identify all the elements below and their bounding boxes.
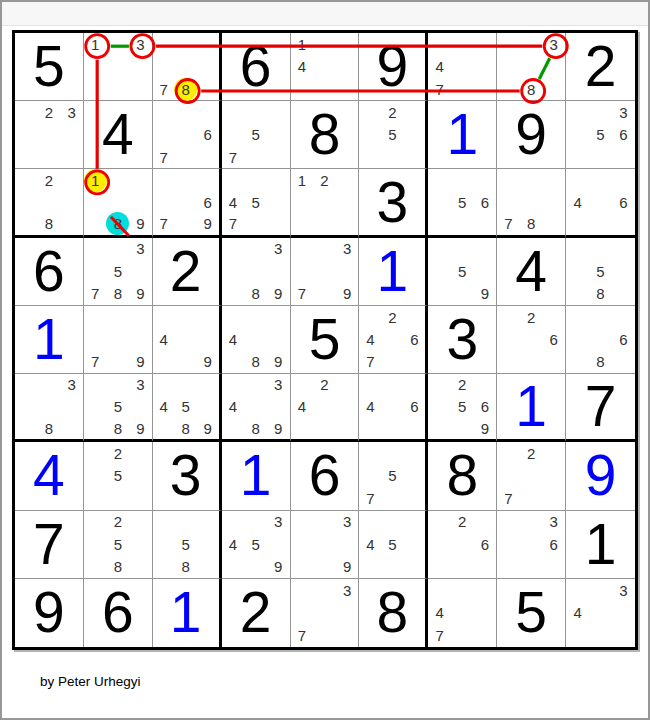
cell-r4c6[interactable]: 1 [359,238,428,306]
candidate-3[interactable]: 3 [336,579,359,602]
empty-candidate-slot [497,328,520,350]
cell-r4c1[interactable]: 6 [15,238,84,306]
empty-candidate-slot [381,374,403,396]
candidate-5[interactable]: 5 [244,191,267,213]
candidate-3[interactable]: 3 [336,238,359,260]
cell-r1c7[interactable]: 47 [428,33,497,101]
empty-candidate-slot [197,396,219,418]
candidate-digit: 7 [229,149,237,166]
cell-r5c8[interactable]: 26 [497,306,566,374]
candidate-9[interactable]: 9 [267,555,290,577]
cell-r9c5[interactable]: 37 [291,579,360,647]
candidate-3[interactable]: 3 [267,374,290,396]
empty-candidate-slot [566,624,589,647]
cell-r2c8[interactable]: 9 [497,101,566,169]
candidate-2[interactable]: 2 [451,374,474,396]
candidate-1[interactable]: 1 [291,33,314,55]
candidate-7[interactable]: 7 [428,78,451,100]
cell-r1c9[interactable]: 2 [566,33,635,101]
candidate-8[interactable]: 8 [244,351,267,373]
candidate-digit: 8 [114,285,122,302]
given-digit: 7 [15,511,83,578]
empty-candidate-slot [497,511,520,533]
empty-candidate-slot [129,78,152,100]
candidate-4[interactable]: 4 [291,55,314,77]
candidate-6[interactable]: 6 [403,328,425,350]
candidate-8[interactable]: 8 [107,555,130,577]
empty-candidate-slot [84,418,107,440]
empty-candidate-slot [336,78,359,100]
candidate-digit: 7 [435,81,443,98]
candidate-8[interactable]: 8 [589,351,612,373]
cell-r7c5[interactable]: 6 [291,442,360,510]
cell-r1c5[interactable]: 14 [291,33,360,101]
cell-r5c6[interactable]: 2467 [359,306,428,374]
given-digit: 7 [566,374,635,439]
candidate-7[interactable]: 7 [359,487,381,509]
candidate-8[interactable]: 8 [520,213,543,235]
cell-r9c1[interactable]: 9 [15,579,84,647]
candidate-4[interactable]: 4 [222,328,245,350]
cell-r3c2[interactable]: 189 [84,169,153,237]
empty-candidate-slot [197,78,219,100]
cell-r8c9[interactable]: 1 [566,511,635,579]
empty-candidate-slot [612,146,635,168]
candidate-6[interactable]: 6 [474,396,497,418]
candidate-9[interactable]: 9 [474,418,497,440]
candidate-2[interactable]: 2 [451,511,474,533]
candidate-digit: 4 [229,194,237,211]
empty-candidate-slot [474,78,497,100]
cell-r1c8[interactable]: 38 [497,33,566,101]
cell-r2c6[interactable]: 25 [359,101,428,169]
candidate-digit: 5 [182,536,190,553]
candidate-5[interactable]: 5 [381,533,403,555]
candidate-8[interactable]: 8 [175,555,197,577]
empty-candidate-slot [175,328,197,350]
candidate-4[interactable]: 4 [428,602,451,625]
empty-candidate-slot [267,191,290,213]
empty-candidate-slot [153,374,175,396]
candidate-9[interactable]: 9 [129,351,152,373]
cell-r7c3[interactable]: 3 [153,442,222,510]
cell-r6c7[interactable]: 2569 [428,374,497,442]
cell-r4c9[interactable]: 58 [566,238,635,306]
candidate-7[interactable]: 7 [291,282,314,304]
empty-candidate-slot [381,511,403,533]
cell-r6c9[interactable]: 7 [566,374,635,442]
candidate-7[interactable]: 7 [153,213,175,235]
cell-r3c9[interactable]: 46 [566,169,635,237]
candidate-9[interactable]: 9 [267,418,290,440]
candidate-digit: 8 [251,353,259,370]
candidate-5[interactable]: 5 [589,124,612,146]
candidate-6[interactable]: 6 [474,191,497,213]
candidate-5[interactable]: 5 [589,260,612,282]
candidate-3[interactable]: 3 [542,33,565,55]
candidate-digit: 4 [573,194,581,211]
cell-r5c7[interactable]: 3 [428,306,497,374]
empty-candidate-slot [175,146,197,168]
candidate-9[interactable]: 9 [197,213,219,235]
cell-r3c8[interactable]: 78 [497,169,566,237]
empty-candidate-slot [84,191,107,213]
candidate-6[interactable]: 6 [612,124,635,146]
empty-candidate-slot [497,533,520,555]
cell-r8c3[interactable]: 58 [153,511,222,579]
cell-r3c1[interactable]: 28 [15,169,84,237]
empty-candidate-slot [267,146,290,168]
candidate-5[interactable]: 5 [381,465,403,487]
candidate-3[interactable]: 3 [267,238,290,260]
empty-candidate-slot [381,396,403,418]
cell-r2c5[interactable]: 8 [291,101,360,169]
cell-r6c1[interactable]: 38 [15,374,84,442]
candidate-digit: 5 [388,467,396,484]
candidate-3[interactable]: 3 [612,579,635,602]
candidate-2[interactable]: 2 [520,306,543,328]
cell-r5c4[interactable]: 489 [222,306,291,374]
empty-candidate-slot [107,33,130,55]
cell-r2c2[interactable]: 4 [84,101,153,169]
candidate-digit: 2 [527,309,535,326]
candidate-9[interactable]: 9 [129,282,152,304]
cell-r9c9[interactable]: 34 [566,579,635,647]
candidate-3[interactable]: 3 [129,374,152,396]
empty-candidate-slot [244,169,267,191]
empty-candidate-slot [175,169,197,191]
candidate-4[interactable]: 4 [359,396,381,418]
candidate-digit: 6 [619,194,627,211]
cell-r6c4[interactable]: 3489 [222,374,291,442]
empty-candidate-slot [589,238,612,260]
cell-r7c8[interactable]: 27 [497,442,566,510]
candidate-9[interactable]: 9 [336,282,359,304]
cell-r1c4[interactable]: 6 [222,33,291,101]
candidate-8[interactable]: 8 [38,213,61,235]
candidate-9[interactable]: 9 [197,351,219,373]
cell-r9c4[interactable]: 2 [222,579,291,647]
candidate-5[interactable]: 5 [175,533,197,555]
empty-candidate-slot [589,328,612,350]
candidate-3[interactable]: 3 [129,33,152,55]
empty-candidate-slot [175,124,197,146]
given-digit: 6 [222,33,290,100]
candidate-4[interactable]: 4 [222,396,245,418]
candidate-3[interactable]: 3 [60,374,83,396]
candidate-4[interactable]: 4 [222,533,245,555]
candidate-5[interactable]: 5 [451,260,474,282]
candidate-6[interactable]: 6 [542,533,565,555]
candidate-2[interactable]: 2 [381,101,403,123]
empty-candidate-slot [291,511,314,533]
candidate-4[interactable]: 4 [291,396,314,418]
cell-r7c6[interactable]: 57 [359,442,428,510]
cell-r5c2[interactable]: 79 [84,306,153,374]
empty-candidate-slot [381,418,403,440]
candidate-7[interactable]: 7 [153,146,175,168]
candidate-7[interactable]: 7 [153,78,175,100]
candidate-6[interactable]: 6 [612,191,635,213]
empty-candidate-slot [107,351,130,373]
cell-r8c5[interactable]: 39 [291,511,360,579]
cell-r3c5[interactable]: 12 [291,169,360,237]
candidate-8[interactable]: 8 [244,418,267,440]
candidate-4[interactable]: 4 [222,191,245,213]
cell-r4c2[interactable]: 35789 [84,238,153,306]
candidate-2[interactable]: 2 [38,169,61,191]
candidate-digit: 7 [298,627,306,644]
candidate-5[interactable]: 5 [107,260,130,282]
empty-candidate-slot [129,442,152,464]
empty-candidate-slot [153,351,175,373]
cell-r9c6[interactable]: 8 [359,579,428,647]
candidate-9[interactable]: 9 [129,418,152,440]
empty-candidate-slot [15,213,38,235]
cell-r9c8[interactable]: 5 [497,579,566,647]
empty-candidate-slot [129,511,152,533]
candidate-digit: 3 [136,376,144,393]
candidate-3[interactable]: 3 [267,511,290,533]
candidate-7[interactable]: 7 [497,487,520,509]
empty-candidate-slot [474,511,497,533]
candidate-9[interactable]: 9 [474,282,497,304]
candidate-1[interactable]: 1 [84,33,107,55]
cell-r9c7[interactable]: 47 [428,579,497,647]
cell-r4c4[interactable]: 389 [222,238,291,306]
cell-r5c1[interactable]: 1 [15,306,84,374]
cell-r5c3[interactable]: 49 [153,306,222,374]
cell-r2c4[interactable]: 57 [222,101,291,169]
candidate-5[interactable]: 5 [107,533,130,555]
cell-r8c7[interactable]: 26 [428,511,497,579]
candidate-2[interactable]: 2 [313,169,336,191]
candidate-digit: 9 [274,420,282,437]
empty-candidate-slot [15,146,38,168]
candidate-5[interactable]: 5 [175,396,197,418]
cell-r9c2[interactable]: 6 [84,579,153,647]
candidate-4[interactable]: 4 [566,191,589,213]
empty-candidate-slot [542,351,565,373]
candidate-6[interactable]: 6 [474,533,497,555]
empty-candidate-slot [566,146,589,168]
candidate-6[interactable]: 6 [542,328,565,350]
cell-r8c4[interactable]: 3459 [222,511,291,579]
cell-r3c3[interactable]: 679 [153,169,222,237]
empty-candidate-slot [451,624,474,647]
candidate-8[interactable]: 8 [107,418,130,440]
candidate-grid: 24 [291,374,359,439]
cell-r7c7[interactable]: 8 [428,442,497,510]
empty-candidate-slot [84,487,107,509]
candidate-6[interactable]: 6 [197,191,219,213]
candidate-2[interactable]: 2 [381,306,403,328]
candidate-digit: 6 [481,194,489,211]
candidate-9[interactable]: 9 [197,418,219,440]
cell-r7c2[interactable]: 25 [84,442,153,510]
candidate-digit: 1 [298,36,306,53]
cell-r3c6[interactable]: 3 [359,169,428,237]
empty-candidate-slot [566,260,589,282]
candidate-8[interactable]: 8 [175,418,197,440]
candidate-8[interactable]: 8 [107,282,130,304]
cell-r8c1[interactable]: 7 [15,511,84,579]
candidate-2[interactable]: 2 [107,511,130,533]
cell-r1c6[interactable]: 9 [359,33,428,101]
candidate-9[interactable]: 9 [267,282,290,304]
candidate-5[interactable]: 5 [451,396,474,418]
candidate-grid: 58 [153,511,219,578]
cell-r4c7[interactable]: 59 [428,238,497,306]
cell-r6c6[interactable]: 46 [359,374,428,442]
candidate-2[interactable]: 2 [38,101,61,123]
empty-candidate-slot [60,169,83,191]
candidate-5[interactable]: 5 [244,124,267,146]
candidate-6[interactable]: 6 [403,396,425,418]
cell-r4c8[interactable]: 4 [497,238,566,306]
candidate-digit: 1 [91,36,99,53]
candidate-5[interactable]: 5 [107,396,130,418]
empty-candidate-slot [222,555,245,577]
empty-candidate-slot [428,555,451,577]
empty-candidate-slot [497,555,520,577]
cell-r2c3[interactable]: 67 [153,101,222,169]
candidate-digit: 5 [388,536,396,553]
candidate-8[interactable]: 8 [244,282,267,304]
cell-r1c2[interactable]: 13 [84,33,153,101]
cell-r2c9[interactable]: 356 [566,101,635,169]
empty-candidate-slot [497,351,520,373]
candidate-7[interactable]: 7 [222,146,245,168]
empty-candidate-slot [542,55,565,77]
candidate-3[interactable]: 3 [60,101,83,123]
cell-r7c1[interactable]: 4 [15,442,84,510]
cell-r2c7[interactable]: 1 [428,101,497,169]
candidate-2[interactable]: 2 [520,442,543,464]
cell-r6c2[interactable]: 3589 [84,374,153,442]
empty-candidate-slot [60,191,83,213]
cell-r4c3[interactable]: 2 [153,238,222,306]
candidate-6[interactable]: 6 [197,124,219,146]
candidate-7[interactable]: 7 [222,213,245,235]
candidate-3[interactable]: 3 [336,511,359,533]
empty-candidate-slot [474,213,497,235]
candidate-3[interactable]: 3 [542,511,565,533]
candidate-4[interactable]: 4 [359,533,381,555]
given-digit: 5 [497,579,565,647]
empty-candidate-slot [197,511,219,533]
candidate-7[interactable]: 7 [291,624,314,647]
candidate-digit: 8 [114,215,122,232]
cell-r5c5[interactable]: 5 [291,306,360,374]
candidate-4[interactable]: 4 [153,396,175,418]
candidate-5[interactable]: 5 [381,124,403,146]
empty-candidate-slot [313,213,336,235]
cell-r5c9[interactable]: 68 [566,306,635,374]
candidate-digit: 5 [388,126,396,143]
given-digit: 9 [497,101,565,168]
candidate-4[interactable]: 4 [359,328,381,350]
candidate-7[interactable]: 7 [497,213,520,235]
empty-candidate-slot [451,282,474,304]
cell-r6c5[interactable]: 24 [291,374,360,442]
empty-candidate-slot [291,238,314,260]
empty-candidate-slot [589,169,612,191]
cell-r6c3[interactable]: 4589 [153,374,222,442]
empty-candidate-slot [542,465,565,487]
candidate-9[interactable]: 9 [336,555,359,577]
cell-r7c4[interactable]: 1 [222,442,291,510]
candidate-8[interactable]: 8 [520,78,543,100]
candidate-7[interactable]: 7 [84,282,107,304]
cell-r1c1[interactable]: 5 [15,33,84,101]
candidate-1[interactable]: 1 [291,169,314,191]
cell-r8c6[interactable]: 45 [359,511,428,579]
candidate-digit: 4 [366,331,374,348]
candidate-4[interactable]: 4 [153,328,175,350]
cell-r8c8[interactable]: 36 [497,511,566,579]
empty-candidate-slot [428,260,451,282]
candidate-8[interactable]: 8 [38,418,61,440]
given-digit: 1 [566,511,635,578]
empty-candidate-slot [428,511,451,533]
candidate-9[interactable]: 9 [267,351,290,373]
candidate-digit: 7 [91,285,99,302]
empty-candidate-slot [15,374,38,396]
candidate-3[interactable]: 3 [129,238,152,260]
candidate-7[interactable]: 7 [84,351,107,373]
candidate-2[interactable]: 2 [107,442,130,464]
cell-r2c1[interactable]: 23 [15,101,84,169]
cell-r4c5[interactable]: 379 [291,238,360,306]
empty-candidate-slot [451,602,474,625]
candidate-digit: 4 [298,398,306,415]
candidate-grid: 189 [84,169,152,234]
candidate-8[interactable]: 8 [589,282,612,304]
cell-r8c2[interactable]: 258 [84,511,153,579]
candidate-5[interactable]: 5 [451,191,474,213]
candidate-digit: 7 [366,490,374,507]
candidate-1[interactable]: 1 [84,169,107,191]
empty-candidate-slot [451,33,474,55]
candidate-8[interactable]: 8 [107,213,130,235]
empty-candidate-slot [497,169,520,191]
cell-r7c9[interactable]: 9 [566,442,635,510]
candidate-7[interactable]: 7 [359,351,381,373]
candidate-5[interactable]: 5 [244,533,267,555]
candidate-5[interactable]: 5 [107,465,130,487]
candidate-digit: 2 [388,309,396,326]
candidate-grid: 25 [359,101,425,168]
cell-r3c7[interactable]: 56 [428,169,497,237]
candidate-grid: 4589 [153,374,219,439]
candidate-4[interactable]: 4 [428,55,451,77]
candidate-7[interactable]: 7 [428,624,451,647]
candidate-9[interactable]: 9 [129,213,152,235]
cell-r3c4[interactable]: 457 [222,169,291,237]
candidate-2[interactable]: 2 [313,374,336,396]
candidate-digit: 9 [203,420,211,437]
empty-candidate-slot [474,260,497,282]
cell-r9c3[interactable]: 1 [153,579,222,647]
candidate-6[interactable]: 6 [612,328,635,350]
candidate-3[interactable]: 3 [612,101,635,123]
cell-r1c3[interactable]: 78 [153,33,222,101]
cell-r6c8[interactable]: 1 [497,374,566,442]
candidate-digit: 8 [527,215,535,232]
candidate-4[interactable]: 4 [566,602,589,625]
candidate-8[interactable]: 8 [175,78,197,100]
